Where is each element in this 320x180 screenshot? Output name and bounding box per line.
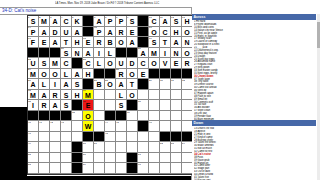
grid-cell[interactable]: 35I [28, 100, 39, 111]
grid-cell [138, 27, 149, 38]
cell-letter: A [50, 38, 60, 47]
grid-cell[interactable] [160, 121, 171, 132]
grid-cell[interactable]: L [94, 58, 105, 69]
grid-cell[interactable]: 15P [94, 27, 105, 38]
cell-letter: O [127, 91, 137, 100]
grid-cell[interactable]: A [72, 27, 83, 38]
grid-cell[interactable]: E [39, 37, 50, 48]
desktop-background-bottom [0, 176, 191, 180]
cell-letter: A [83, 49, 93, 58]
grid-cell[interactable]: 20S [61, 48, 72, 59]
grid-cell[interactable] [171, 100, 182, 111]
cell-letter: A [105, 28, 115, 37]
grid-cell[interactable]: 52 [160, 142, 171, 153]
grid-cell[interactable]: 46 [149, 121, 160, 132]
grid-cell[interactable] [94, 111, 105, 122]
grid-cell[interactable] [149, 100, 160, 111]
cell-letter: S [61, 101, 71, 110]
grid-cell[interactable] [39, 163, 50, 174]
grid-cell[interactable] [94, 153, 105, 164]
cell-number: 57 [138, 153, 141, 156]
grid-cell[interactable] [61, 142, 72, 153]
cell-letter: I [160, 49, 170, 58]
cell-letter: A [61, 80, 71, 89]
grid-cell[interactable] [127, 132, 138, 143]
grid-cell[interactable]: L [105, 48, 116, 59]
grid-cell[interactable]: 36E [83, 100, 94, 111]
cell-letter: H [182, 17, 192, 26]
cell-letter: H [83, 70, 93, 79]
grid-cell[interactable]: R [39, 100, 50, 111]
cell-letter: M [28, 70, 38, 79]
grid-cell[interactable]: D [127, 58, 138, 69]
grid-cell[interactable] [149, 153, 160, 164]
cell-letter: M [28, 91, 38, 100]
cell-letter: N [72, 49, 82, 58]
grid-cell[interactable]: 38 [72, 111, 83, 122]
cell-letter: C [61, 59, 71, 68]
cell-number: 38 [72, 111, 75, 114]
cell-number: 51 [94, 142, 97, 145]
grid-cell[interactable]: V [160, 58, 171, 69]
cell-letter: E [83, 38, 93, 47]
grid-cell [50, 48, 61, 59]
cell-letter: C [83, 59, 93, 68]
grid-cell[interactable]: 37 [138, 100, 149, 111]
grid-cell[interactable]: S [61, 100, 72, 111]
cell-letter: S [116, 101, 126, 110]
grid-cell[interactable] [94, 163, 105, 174]
current-clue-status: 34-D: Cat's noise [2, 8, 36, 13]
cell-letter: O [182, 49, 192, 58]
cell-letter: R [182, 59, 192, 68]
cell-letter: A [50, 17, 60, 26]
cell-letter: P [105, 17, 115, 26]
cell-letter: O [149, 59, 159, 68]
cell-letter: F [28, 38, 38, 47]
cell-letter: B [105, 38, 115, 47]
grid-cell[interactable]: S [116, 100, 127, 111]
grid-cell[interactable]: A [127, 37, 138, 48]
grid-cell[interactable]: 17F [28, 37, 39, 48]
cell-letter: L [116, 91, 126, 100]
down-header-label: Down [192, 120, 254, 126]
cell-number: 30 [160, 79, 163, 82]
app-window: LA Times, Mon, Nov 19, 2018 Jake Braun /… [0, 0, 320, 180]
grid-cell[interactable]: A [72, 69, 83, 80]
grid-cell[interactable]: 8P [116, 16, 127, 27]
cell-letter: P [28, 28, 38, 37]
grid-cell[interactable] [149, 142, 160, 153]
grid-cell[interactable]: O [50, 69, 61, 80]
grid-cell[interactable]: H [72, 37, 83, 48]
clue-scrollbar-thumb[interactable] [317, 22, 320, 48]
grid-cell[interactable]: 53 [171, 142, 182, 153]
cell-letter: N [182, 38, 192, 47]
grid-cell[interactable]: 58 [28, 163, 39, 174]
cell-number: 59 [83, 163, 86, 166]
grid-cell[interactable]: 40 [28, 121, 39, 132]
grid-cell[interactable] [94, 100, 105, 111]
grid-cell [127, 100, 138, 111]
cell-letter: I [50, 80, 60, 89]
cell-letter: A [127, 38, 137, 47]
grid-cell [72, 100, 83, 111]
cell-number: 43 [61, 121, 64, 124]
grid-cell[interactable]: 60 [138, 163, 149, 174]
cell-number: 52 [160, 142, 163, 145]
cell-letter: K [72, 17, 82, 26]
cell-number: 29 [149, 79, 152, 82]
grid-cell[interactable] [171, 111, 182, 122]
grid-cell[interactable]: U [61, 27, 72, 38]
grid-cell[interactable]: H [171, 27, 182, 38]
cell-number: 49 [28, 142, 31, 145]
cell-letter: S [39, 59, 49, 68]
cell-letter: M [83, 91, 93, 100]
cell-letter: I [94, 49, 104, 58]
cell-letter: R [50, 91, 60, 100]
grid-cell[interactable] [149, 90, 160, 101]
grid-cell[interactable]: N [171, 48, 182, 59]
grid-cell [116, 48, 127, 59]
grid-cell[interactable] [105, 153, 116, 164]
grid-cell[interactable]: O [127, 90, 138, 101]
cell-letter: A [138, 49, 148, 58]
grid-cell[interactable]: O [149, 58, 160, 69]
grid-cell[interactable] [61, 132, 72, 143]
grid-cell[interactable] [160, 153, 171, 164]
grid-cell[interactable] [149, 132, 160, 143]
cell-letter: H [72, 38, 82, 47]
clue-item[interactable]: 50 Recipe amt. [194, 178, 317, 179]
grid-cell [138, 16, 149, 27]
cell-number: 39 [127, 111, 130, 114]
cell-letter: T [127, 80, 137, 89]
cell-number: 58 [28, 163, 31, 166]
cell-letter: W [83, 122, 93, 131]
cell-letter: O [39, 70, 49, 79]
cell-letter: P [94, 28, 104, 37]
grid-cell[interactable] [105, 142, 116, 153]
grid-cell[interactable]: 7P [105, 16, 116, 27]
grid-cell [127, 48, 138, 59]
cell-number: 46 [149, 121, 152, 124]
cell-letter: S [171, 17, 181, 26]
grid-cell[interactable]: 43 [61, 121, 72, 132]
cell-letter: O [50, 70, 60, 79]
grid-cell[interactable]: E [171, 58, 182, 69]
cell-number: 32 [182, 79, 185, 82]
grid-cell[interactable]: L [61, 69, 72, 80]
grid-cell[interactable] [127, 121, 138, 132]
cell-letter: C [138, 59, 148, 68]
grid-cell [72, 163, 83, 174]
grid-cell[interactable]: 25R [116, 69, 127, 80]
grid-cell[interactable]: H [72, 90, 83, 101]
grid-cell [138, 121, 149, 132]
grid-cell[interactable]: M [149, 48, 160, 59]
grid-cell[interactable]: 59 [83, 163, 94, 174]
grid-cell[interactable] [94, 121, 105, 132]
crossword-grid: 1S2M3A4C5K6A7P8P9S10C11A12S13H14PADUA15P… [27, 15, 194, 175]
grid-cell[interactable]: C [61, 58, 72, 69]
grid-cell [83, 16, 94, 27]
cell-letter: A [50, 101, 60, 110]
cell-letter: D [127, 59, 137, 68]
cell-number: 54 [182, 142, 185, 145]
grid-cell [127, 153, 138, 164]
grid-cell [39, 48, 50, 59]
grid-cell[interactable]: 19S [149, 37, 160, 48]
grid-cell[interactable]: T [127, 79, 138, 90]
cell-letter: N [171, 49, 181, 58]
cell-letter: I [28, 101, 38, 110]
cell-number: 45 [116, 121, 119, 124]
grid-cell[interactable]: M [50, 58, 61, 69]
cell-letter: V [160, 59, 170, 68]
cell-letter: H [171, 28, 181, 37]
grid-cell[interactable] [171, 153, 182, 164]
grid-cell[interactable] [94, 90, 105, 101]
grid-cell[interactable]: 28O [105, 79, 116, 90]
grid-cell[interactable]: 30 [160, 79, 171, 90]
grid-cell[interactable]: A [116, 79, 127, 90]
grid-cell[interactable]: 2M [39, 16, 50, 27]
grid-cell[interactable] [72, 132, 83, 143]
cell-number: 56 [83, 153, 86, 156]
grid-cell[interactable]: 31 [171, 79, 182, 90]
down-clue-list-viewport: 1 Sunscreen no.2 West of old films3 Dent… [194, 127, 317, 180]
cell-letter: R [39, 101, 49, 110]
grid-cell[interactable]: 18E [83, 37, 94, 48]
cell-letter: L [105, 49, 115, 58]
grid-cell[interactable]: S [72, 79, 83, 90]
desktop-background-left [0, 107, 27, 180]
grid-cell[interactable]: 9S [127, 16, 138, 27]
grid-cell[interactable]: A [50, 100, 61, 111]
cell-letter: D [50, 28, 60, 37]
grid-cell[interactable] [127, 142, 138, 153]
grid-cell[interactable] [171, 121, 182, 132]
cell-number: 55 [28, 153, 31, 156]
cell-letter: C [160, 28, 170, 37]
grid-cell [138, 79, 149, 90]
cell-number: 60 [138, 163, 141, 166]
grid-cell[interactable]: L [116, 90, 127, 101]
grid-cell[interactable] [105, 163, 116, 174]
grid-cell[interactable] [160, 90, 171, 101]
grid-cell[interactable]: 51 [94, 142, 105, 153]
cell-letter: A [160, 17, 170, 26]
cell-number: 41 [39, 121, 42, 124]
grid-cell[interactable] [105, 100, 116, 111]
grid-cell[interactable]: A [39, 90, 50, 101]
grid-cell[interactable]: 41 [39, 121, 50, 132]
grid-cell[interactable] [61, 153, 72, 164]
cell-letter: L [61, 70, 71, 79]
cell-letter: T [160, 38, 170, 47]
grid-cell[interactable]: O [83, 111, 94, 122]
grid-cell[interactable]: 21A [138, 48, 149, 59]
cell-letter: R [94, 38, 104, 47]
grid-cell[interactable]: R [94, 37, 105, 48]
cell-number: 44 [105, 121, 108, 124]
grid-cell[interactable] [138, 142, 149, 153]
cell-letter: P [116, 17, 126, 26]
cell-letter: E [39, 38, 49, 47]
grid-cell[interactable] [72, 121, 83, 132]
grid-cell[interactable] [39, 132, 50, 143]
cell-number: 48 [105, 132, 108, 135]
grid-cell[interactable] [160, 111, 171, 122]
grid-cell[interactable]: 39 [127, 111, 138, 122]
grid-cell[interactable]: 5K [72, 16, 83, 27]
cell-letter: A [72, 70, 82, 79]
grid-cell[interactable]: O [127, 69, 138, 80]
cell-letter: O [182, 28, 192, 37]
grid-cell[interactable] [149, 163, 160, 174]
grid-cell[interactable] [160, 163, 171, 174]
grid-cell[interactable]: A [171, 37, 182, 48]
grid-cell[interactable] [116, 132, 127, 143]
grid-cell[interactable]: 11A [160, 16, 171, 27]
grid-cell[interactable] [39, 142, 50, 153]
grid-cell [127, 163, 138, 174]
cell-letter: E [127, 28, 137, 37]
grid-cell [83, 27, 94, 38]
cell-letter: B [94, 80, 104, 89]
grid-cell[interactable] [61, 163, 72, 174]
grid-cell[interactable]: C [138, 58, 149, 69]
cell-letter: S [61, 49, 71, 58]
grid-cell[interactable]: 3A [50, 16, 61, 27]
grid-cell[interactable]: A [105, 27, 116, 38]
grid-cell[interactable]: N [72, 48, 83, 59]
grid-cell[interactable]: 44 [105, 121, 116, 132]
grid-cell[interactable] [50, 163, 61, 174]
cell-number: 40 [28, 121, 31, 124]
grid-cell[interactable]: O [105, 58, 116, 69]
grid-cell[interactable]: E [138, 69, 149, 80]
cell-letter: U [61, 28, 71, 37]
cell-letter: O [105, 80, 115, 89]
grid-cell[interactable]: E [127, 27, 138, 38]
grid-cell[interactable]: 29 [149, 79, 160, 90]
grid-cell[interactable]: T [160, 37, 171, 48]
grid-cell[interactable]: 45 [116, 121, 127, 132]
grid-cell[interactable]: B [105, 37, 116, 48]
grid-cell [72, 153, 83, 164]
grid-cell[interactable]: I [50, 79, 61, 90]
clue-scrollbar[interactable] [317, 14, 320, 180]
grid-cell[interactable]: W [83, 121, 94, 132]
cell-number: 31 [171, 79, 174, 82]
cell-number: 42 [50, 121, 53, 124]
cell-letter: M [149, 49, 159, 58]
cell-letter: O [116, 38, 126, 47]
grid-cell[interactable] [171, 90, 182, 101]
cell-letter: O [127, 70, 137, 79]
grid-cell[interactable] [138, 111, 149, 122]
cell-number: 37 [138, 100, 141, 103]
cell-letter: S [61, 91, 71, 100]
grid-cell[interactable]: 42 [50, 121, 61, 132]
grid-cell[interactable]: 16O [149, 27, 160, 38]
grid-cell[interactable] [105, 90, 116, 101]
grid-cell[interactable]: S [61, 90, 72, 101]
grid-cell[interactable] [160, 100, 171, 111]
cell-letter: M [39, 17, 49, 26]
grid-cell[interactable] [50, 132, 61, 143]
grid-cell[interactable] [138, 132, 149, 143]
grid-cell[interactable]: A [39, 27, 50, 38]
grid-cell[interactable]: 12S [171, 16, 182, 27]
across-header-label: Across [192, 14, 254, 20]
cell-letter: L [94, 59, 104, 68]
cell-letter: A [116, 80, 126, 89]
grid-cell [72, 142, 83, 153]
grid-cell[interactable]: 49 [28, 142, 39, 153]
cell-letter: E [171, 59, 181, 68]
grid-cell[interactable]: H [83, 69, 94, 80]
cell-letter: C [61, 17, 71, 26]
grid-cell[interactable]: I [94, 48, 105, 59]
grid-cell[interactable] [116, 153, 127, 164]
grid-cell[interactable]: D [50, 27, 61, 38]
grid-cell[interactable]: 27B [94, 79, 105, 90]
grid-cell[interactable]: 14P [28, 27, 39, 38]
grid-cell[interactable]: 23C [83, 58, 94, 69]
cell-letter: A [39, 28, 49, 37]
grid-cell[interactable] [171, 163, 182, 174]
down-header: Down [192, 120, 316, 126]
cell-letter: A [39, 91, 49, 100]
cell-letter: R [116, 70, 126, 79]
cell-letter: S [72, 80, 82, 89]
grid-cell[interactable] [39, 153, 50, 164]
cell-letter: O [149, 28, 159, 37]
grid-cell[interactable] [116, 163, 127, 174]
grid-cell[interactable]: L [39, 79, 50, 90]
grid-cell[interactable] [50, 142, 61, 153]
grid-cell[interactable]: 48 [105, 132, 116, 143]
cell-letter: M [50, 59, 60, 68]
grid-cell[interactable]: O [116, 37, 127, 48]
grid-cell[interactable]: C [160, 27, 171, 38]
grid-cell[interactable]: A [50, 37, 61, 48]
grid-cell[interactable] [116, 142, 127, 153]
grid-cell[interactable]: A [61, 79, 72, 90]
cell-letter: O [105, 59, 115, 68]
grid-cell[interactable]: 4C [61, 16, 72, 27]
grid-cell[interactable]: O [39, 69, 50, 80]
across-clue-list: 1 Hit hard6 Phone downloads10 Bills and … [194, 20, 317, 120]
cell-letter: S [127, 17, 137, 26]
cell-letter: R [116, 28, 126, 37]
grid-cell[interactable]: R [116, 27, 127, 38]
grid-cell[interactable] [50, 153, 61, 164]
down-clue-list: 1 Sunscreen no.2 West of old films3 Dent… [194, 127, 317, 180]
grid-cell[interactable]: S [39, 58, 50, 69]
cell-letter: O [83, 112, 93, 121]
grid-cell[interactable]: 50 [83, 142, 94, 153]
grid-cell[interactable]: I [160, 48, 171, 59]
grid-cell [72, 58, 83, 69]
cell-letter: S [149, 38, 159, 47]
cell-number: 47 [28, 132, 31, 135]
grid-cell[interactable]: R [50, 90, 61, 101]
